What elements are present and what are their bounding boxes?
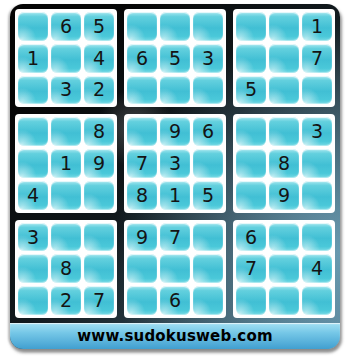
cell-r9c8[interactable] <box>269 286 299 315</box>
cell-r2c3[interactable]: 4 <box>84 44 114 73</box>
cell-r9c5[interactable]: 6 <box>160 286 190 315</box>
cell-r7c6[interactable] <box>193 223 223 252</box>
cell-r6c6[interactable]: 5 <box>193 181 223 210</box>
cell-r4c4[interactable] <box>127 117 157 146</box>
cell-r5c8[interactable]: 8 <box>269 149 299 178</box>
cell-r2c2[interactable] <box>51 44 81 73</box>
cell-r9c3[interactable]: 7 <box>84 286 114 315</box>
cell-r9c4[interactable] <box>127 286 157 315</box>
sudoku-board: 651432653175819496738153893827976674 <box>10 4 340 323</box>
box-5: 9673815 <box>124 114 226 212</box>
box-6: 389 <box>233 114 335 212</box>
cell-r1c8[interactable] <box>269 12 299 41</box>
cell-r8c5[interactable] <box>160 254 190 283</box>
cell-r5c2[interactable]: 1 <box>51 149 81 178</box>
cell-r7c7[interactable]: 6 <box>236 223 266 252</box>
box-4: 8194 <box>15 114 117 212</box>
cell-r2c1[interactable]: 1 <box>18 44 48 73</box>
cell-r2c4[interactable]: 6 <box>127 44 157 73</box>
cell-r4c6[interactable]: 6 <box>193 117 223 146</box>
cell-r3c4[interactable] <box>127 76 157 105</box>
cell-r6c5[interactable]: 1 <box>160 181 190 210</box>
cell-r1c6[interactable] <box>193 12 223 41</box>
cell-r8c6[interactable] <box>193 254 223 283</box>
box-3: 175 <box>233 9 335 107</box>
cell-r8c1[interactable] <box>18 254 48 283</box>
cell-r4c3[interactable]: 8 <box>84 117 114 146</box>
cell-r4c9[interactable]: 3 <box>302 117 332 146</box>
cell-r8c9[interactable]: 4 <box>302 254 332 283</box>
cell-r1c5[interactable] <box>160 12 190 41</box>
cell-r6c1[interactable]: 4 <box>18 181 48 210</box>
cell-r3c2[interactable]: 3 <box>51 76 81 105</box>
cell-r5c5[interactable]: 3 <box>160 149 190 178</box>
cell-r9c6[interactable] <box>193 286 223 315</box>
cell-r8c2[interactable]: 8 <box>51 254 81 283</box>
cell-r9c1[interactable] <box>18 286 48 315</box>
cell-r4c7[interactable] <box>236 117 266 146</box>
cell-r8c7[interactable]: 7 <box>236 254 266 283</box>
cell-r2c5[interactable]: 5 <box>160 44 190 73</box>
cell-r7c4[interactable]: 9 <box>127 223 157 252</box>
cell-r9c9[interactable] <box>302 286 332 315</box>
cell-r9c2[interactable]: 2 <box>51 286 81 315</box>
cell-r1c4[interactable] <box>127 12 157 41</box>
cell-r6c8[interactable]: 9 <box>269 181 299 210</box>
cell-r3c1[interactable] <box>18 76 48 105</box>
cell-r3c8[interactable] <box>269 76 299 105</box>
cell-r9c7[interactable] <box>236 286 266 315</box>
cell-r7c2[interactable] <box>51 223 81 252</box>
box-1: 651432 <box>15 9 117 107</box>
cell-r2c8[interactable] <box>269 44 299 73</box>
cell-r4c2[interactable] <box>51 117 81 146</box>
cell-r5c9[interactable] <box>302 149 332 178</box>
cell-r2c9[interactable]: 7 <box>302 44 332 73</box>
cell-r7c8[interactable] <box>269 223 299 252</box>
cell-r5c6[interactable] <box>193 149 223 178</box>
cell-r8c3[interactable] <box>84 254 114 283</box>
cell-r1c9[interactable]: 1 <box>302 12 332 41</box>
cell-r3c3[interactable]: 2 <box>84 76 114 105</box>
cell-r4c1[interactable] <box>18 117 48 146</box>
cell-r1c7[interactable] <box>236 12 266 41</box>
footer-bar: www.sudokusweb.com <box>10 323 340 349</box>
cell-r1c1[interactable] <box>18 12 48 41</box>
cell-r8c8[interactable] <box>269 254 299 283</box>
box-8: 976 <box>124 220 226 318</box>
box-9: 674 <box>233 220 335 318</box>
cell-r7c1[interactable]: 3 <box>18 223 48 252</box>
cell-r5c1[interactable] <box>18 149 48 178</box>
cell-r1c2[interactable]: 6 <box>51 12 81 41</box>
cell-r3c9[interactable] <box>302 76 332 105</box>
box-7: 3827 <box>15 220 117 318</box>
cell-r6c9[interactable] <box>302 181 332 210</box>
cell-r2c6[interactable]: 3 <box>193 44 223 73</box>
cell-r7c3[interactable] <box>84 223 114 252</box>
cell-r2c7[interactable] <box>236 44 266 73</box>
box-2: 653 <box>124 9 226 107</box>
sudoku-board-frame: 651432653175819496738153893827976674 www… <box>10 4 340 349</box>
cell-r5c7[interactable] <box>236 149 266 178</box>
cell-r6c3[interactable] <box>84 181 114 210</box>
cell-r3c7[interactable]: 5 <box>236 76 266 105</box>
website-url: www.sudokusweb.com <box>77 327 272 345</box>
cell-r4c5[interactable]: 9 <box>160 117 190 146</box>
cell-r4c8[interactable] <box>269 117 299 146</box>
cell-r7c9[interactable] <box>302 223 332 252</box>
cell-r1c3[interactable]: 5 <box>84 12 114 41</box>
cell-r6c2[interactable] <box>51 181 81 210</box>
cell-r6c7[interactable] <box>236 181 266 210</box>
cell-r3c6[interactable] <box>193 76 223 105</box>
cell-r3c5[interactable] <box>160 76 190 105</box>
cell-r7c5[interactable]: 7 <box>160 223 190 252</box>
cell-r5c3[interactable]: 9 <box>84 149 114 178</box>
cell-r6c4[interactable]: 8 <box>127 181 157 210</box>
cell-r5c4[interactable]: 7 <box>127 149 157 178</box>
cell-r8c4[interactable] <box>127 254 157 283</box>
